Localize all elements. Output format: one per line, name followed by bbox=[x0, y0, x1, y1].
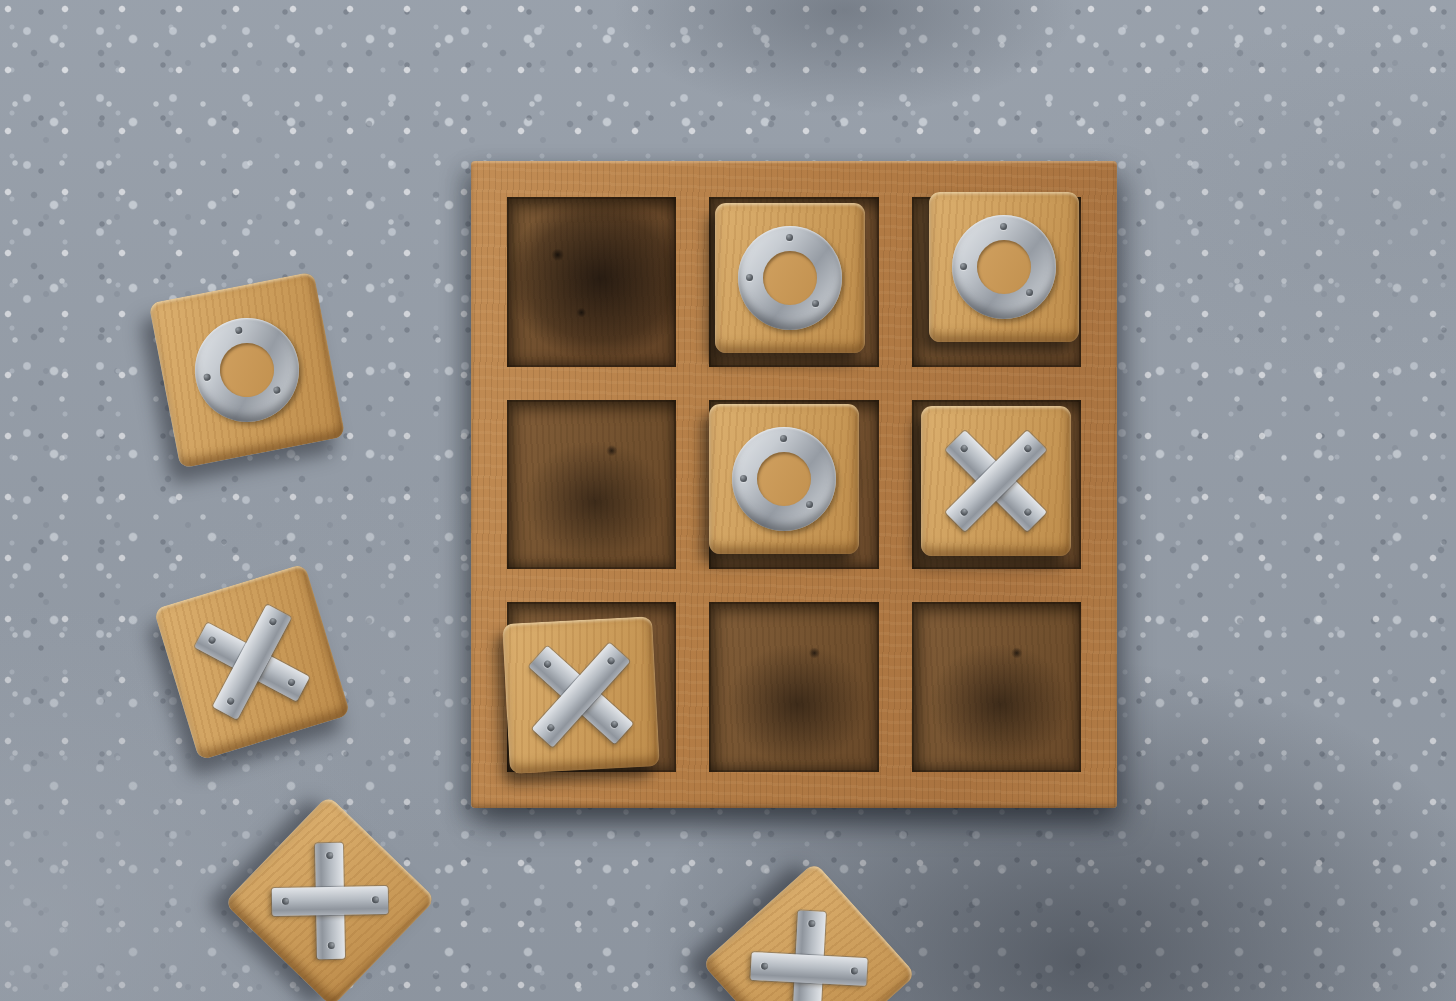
nail bbox=[740, 475, 747, 482]
cell-r0c0[interactable] bbox=[507, 197, 676, 367]
nail bbox=[273, 386, 281, 394]
nail bbox=[235, 326, 243, 334]
nail bbox=[786, 234, 793, 241]
board-grid bbox=[507, 197, 1081, 772]
nail bbox=[326, 852, 333, 859]
x-symbol bbox=[270, 841, 390, 961]
cell-r2c2[interactable] bbox=[912, 602, 1081, 772]
nail bbox=[851, 967, 858, 974]
nail bbox=[808, 920, 815, 927]
cell-r0c1[interactable] bbox=[709, 197, 878, 367]
nail bbox=[960, 508, 970, 518]
x-symbol bbox=[747, 907, 871, 1001]
cell-r1c0[interactable] bbox=[507, 400, 676, 570]
cell-r1c2[interactable] bbox=[912, 400, 1081, 570]
nail bbox=[746, 274, 753, 281]
nail bbox=[328, 942, 335, 949]
o-symbol bbox=[952, 215, 1056, 319]
nail bbox=[609, 720, 619, 730]
loose-piece-o[interactable] bbox=[149, 272, 346, 469]
x-block[interactable] bbox=[502, 616, 660, 774]
nail bbox=[282, 898, 289, 905]
nail bbox=[372, 896, 379, 903]
nail bbox=[1000, 223, 1007, 230]
nail bbox=[1026, 289, 1033, 296]
nail bbox=[780, 435, 787, 442]
o-symbol bbox=[738, 226, 842, 330]
cell-r2c1[interactable] bbox=[709, 602, 878, 772]
nail bbox=[1023, 508, 1033, 518]
nail bbox=[226, 696, 235, 705]
cell-r1c1[interactable] bbox=[709, 400, 878, 570]
nail bbox=[287, 678, 296, 687]
nail bbox=[542, 659, 552, 669]
nail bbox=[761, 962, 768, 969]
o-block[interactable] bbox=[715, 203, 865, 353]
nail bbox=[812, 300, 819, 307]
o-block[interactable] bbox=[929, 192, 1079, 342]
tic-tac-toe-scene bbox=[0, 0, 1456, 1001]
cell-r0c2[interactable] bbox=[912, 197, 1081, 367]
x-symbol bbox=[913, 398, 1080, 565]
nail bbox=[207, 635, 216, 644]
x-block[interactable] bbox=[921, 406, 1071, 556]
tic-tac-toe-board bbox=[471, 161, 1117, 808]
x-symbol bbox=[172, 582, 332, 742]
cell-r2c0[interactable] bbox=[507, 602, 676, 772]
nail bbox=[960, 444, 970, 454]
nail bbox=[606, 656, 616, 666]
nail bbox=[960, 263, 967, 270]
nail bbox=[546, 723, 556, 733]
o-block[interactable] bbox=[709, 404, 859, 554]
o-symbol bbox=[186, 309, 308, 431]
nail bbox=[806, 501, 813, 508]
nail bbox=[268, 617, 277, 626]
x-symbol bbox=[497, 612, 664, 779]
nail bbox=[1023, 444, 1033, 454]
o-block[interactable] bbox=[149, 272, 346, 469]
o-symbol bbox=[732, 427, 836, 531]
nail bbox=[203, 373, 211, 381]
